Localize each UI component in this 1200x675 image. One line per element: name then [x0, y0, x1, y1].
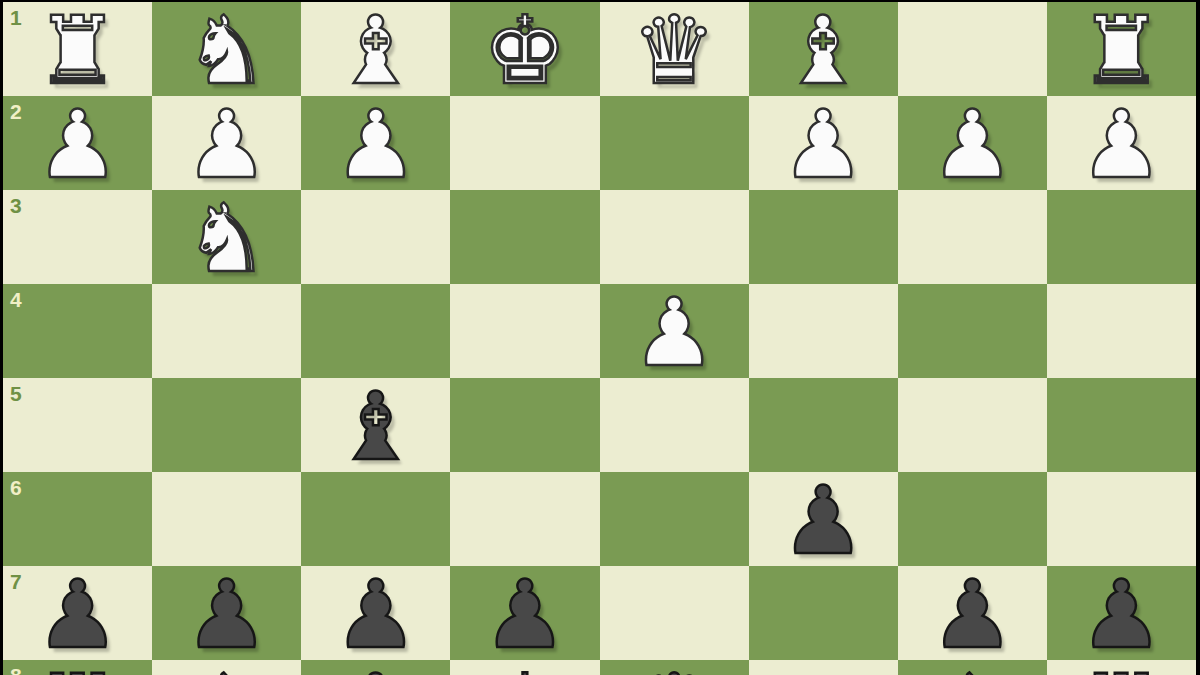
- rank-label-2: 2: [10, 101, 22, 122]
- rank-label-6: 6: [10, 477, 22, 498]
- rank-label-8: 8: [10, 665, 22, 675]
- black-pawn-e7[interactable]: ♟: [483, 568, 567, 662]
- white-pawn-a2[interactable]: ♟: [1079, 98, 1163, 192]
- black-bishop-f8[interactable]: ♝: [334, 662, 418, 675]
- square-e8[interactable]: e♚: [450, 660, 599, 675]
- black-pawn-a7[interactable]: ♟: [1079, 568, 1163, 662]
- black-rook-a8[interactable]: ♜: [1079, 662, 1163, 675]
- square-a6[interactable]: [1047, 472, 1196, 566]
- square-a8[interactable]: a♜: [1047, 660, 1196, 675]
- square-c6[interactable]: ♟: [749, 472, 898, 566]
- square-f6[interactable]: [301, 472, 450, 566]
- square-d8[interactable]: d♛: [600, 660, 749, 675]
- rank-label-7: 7: [10, 571, 22, 592]
- square-d7[interactable]: [600, 566, 749, 660]
- square-c2[interactable]: ♟: [749, 96, 898, 190]
- square-g3[interactable]: ♞: [152, 190, 301, 284]
- square-c8[interactable]: c: [749, 660, 898, 675]
- black-bishop-f5[interactable]: ♝: [334, 380, 418, 474]
- square-b4[interactable]: [898, 284, 1047, 378]
- square-e6[interactable]: [450, 472, 599, 566]
- white-bishop-c1[interactable]: ♝: [781, 4, 865, 98]
- square-d1[interactable]: ♛: [600, 2, 749, 96]
- square-e5[interactable]: [450, 378, 599, 472]
- white-rook-h1[interactable]: ♜: [35, 4, 119, 98]
- black-queen-d8[interactable]: ♛: [632, 662, 716, 675]
- white-pawn-f2[interactable]: ♟: [334, 98, 418, 192]
- square-h5[interactable]: 5: [3, 378, 152, 472]
- square-h6[interactable]: 6: [3, 472, 152, 566]
- square-g7[interactable]: ♟: [152, 566, 301, 660]
- black-pawn-g7[interactable]: ♟: [185, 568, 269, 662]
- square-f2[interactable]: ♟: [301, 96, 450, 190]
- square-f7[interactable]: ♟: [301, 566, 450, 660]
- square-d6[interactable]: [600, 472, 749, 566]
- square-a2[interactable]: ♟: [1047, 96, 1196, 190]
- square-f1[interactable]: ♝: [301, 2, 450, 96]
- square-f8[interactable]: f♝: [301, 660, 450, 675]
- square-g5[interactable]: [152, 378, 301, 472]
- rank-label-1: 1: [10, 7, 22, 28]
- black-pawn-f7[interactable]: ♟: [334, 568, 418, 662]
- square-c4[interactable]: [749, 284, 898, 378]
- square-g2[interactable]: ♟: [152, 96, 301, 190]
- black-pawn-b7[interactable]: ♟: [930, 568, 1014, 662]
- square-h7[interactable]: 7♟: [3, 566, 152, 660]
- square-e2[interactable]: [450, 96, 599, 190]
- square-d4[interactable]: ♟: [600, 284, 749, 378]
- white-pawn-b2[interactable]: ♟: [930, 98, 1014, 192]
- black-knight-b8[interactable]: ♞: [930, 662, 1014, 675]
- square-e3[interactable]: [450, 190, 599, 284]
- white-king-e1[interactable]: ♚: [483, 4, 567, 98]
- black-pawn-c6[interactable]: ♟: [781, 474, 865, 568]
- square-f4[interactable]: [301, 284, 450, 378]
- square-e7[interactable]: ♟: [450, 566, 599, 660]
- white-pawn-d4[interactable]: ♟: [632, 286, 716, 380]
- square-a7[interactable]: ♟: [1047, 566, 1196, 660]
- rank-label-5: 5: [10, 383, 22, 404]
- square-d3[interactable]: [600, 190, 749, 284]
- white-pawn-g2[interactable]: ♟: [185, 98, 269, 192]
- square-h8[interactable]: 8h♜: [3, 660, 152, 675]
- white-knight-g1[interactable]: ♞: [185, 4, 269, 98]
- square-a3[interactable]: [1047, 190, 1196, 284]
- white-pawn-h2[interactable]: ♟: [35, 98, 119, 192]
- square-h1[interactable]: 1♜: [3, 2, 152, 96]
- square-h2[interactable]: 2♟: [3, 96, 152, 190]
- square-e4[interactable]: [450, 284, 599, 378]
- square-b8[interactable]: b♞: [898, 660, 1047, 675]
- square-g1[interactable]: ♞: [152, 2, 301, 96]
- square-h4[interactable]: 4: [3, 284, 152, 378]
- black-rook-h8[interactable]: ♜: [35, 662, 119, 675]
- black-pawn-h7[interactable]: ♟: [35, 568, 119, 662]
- chess-board: 1♜♞♝♚♛♝♜2♟♟♟♟♟♟3♞4♟5♝6♟7♟♟♟♟♟♟8h♜g♞f♝e♚d…: [0, 0, 1200, 675]
- white-bishop-f1[interactable]: ♝: [334, 4, 418, 98]
- rank-label-3: 3: [10, 195, 22, 216]
- square-f5[interactable]: ♝: [301, 378, 450, 472]
- square-d5[interactable]: [600, 378, 749, 472]
- rank-label-4: 4: [10, 289, 22, 310]
- square-b6[interactable]: [898, 472, 1047, 566]
- square-b5[interactable]: [898, 378, 1047, 472]
- black-king-e8[interactable]: ♚: [483, 662, 567, 675]
- white-pawn-c2[interactable]: ♟: [781, 98, 865, 192]
- white-knight-g3[interactable]: ♞: [185, 192, 269, 286]
- square-g4[interactable]: [152, 284, 301, 378]
- square-c1[interactable]: ♝: [749, 2, 898, 96]
- square-b7[interactable]: ♟: [898, 566, 1047, 660]
- square-b3[interactable]: [898, 190, 1047, 284]
- square-f3[interactable]: [301, 190, 450, 284]
- square-e1[interactable]: ♚: [450, 2, 599, 96]
- black-knight-g8[interactable]: ♞: [185, 662, 269, 675]
- square-h3[interactable]: 3: [3, 190, 152, 284]
- square-c7[interactable]: [749, 566, 898, 660]
- square-a1[interactable]: ♜: [1047, 2, 1196, 96]
- white-rook-a1[interactable]: ♜: [1079, 4, 1163, 98]
- square-a4[interactable]: [1047, 284, 1196, 378]
- square-d2[interactable]: [600, 96, 749, 190]
- square-b2[interactable]: ♟: [898, 96, 1047, 190]
- square-a5[interactable]: [1047, 378, 1196, 472]
- square-b1[interactable]: [898, 2, 1047, 96]
- white-queen-d1[interactable]: ♛: [632, 4, 716, 98]
- square-c3[interactable]: [749, 190, 898, 284]
- square-c5[interactable]: [749, 378, 898, 472]
- square-g6[interactable]: [152, 472, 301, 566]
- square-g8[interactable]: g♞: [152, 660, 301, 675]
